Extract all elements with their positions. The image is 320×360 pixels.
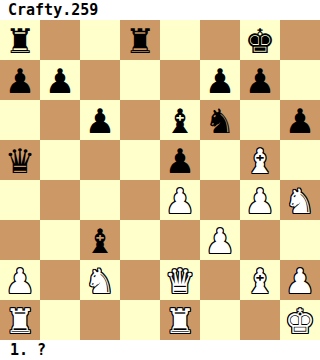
black-queen[interactable]: ♛ (0, 140, 40, 180)
square-a8[interactable]: ♜ (0, 20, 40, 60)
black-bishop[interactable]: ♝ (80, 220, 120, 260)
crafty-window: Crafty.259 ♜♜♚♟♟♟♟♟♝♞♟♛♟♝♟♟♞♝♟♟♞♛♝♟♜♜♚ 1… (0, 0, 320, 360)
move-indicator: 1. ? (0, 340, 320, 360)
square-f7[interactable]: ♟ (200, 60, 240, 100)
square-e4[interactable]: ♟ (160, 180, 200, 220)
square-b8[interactable] (40, 20, 80, 60)
white-knight[interactable]: ♞ (80, 260, 120, 300)
square-b4[interactable] (40, 180, 80, 220)
square-h4[interactable]: ♞ (280, 180, 320, 220)
square-c5[interactable] (80, 140, 120, 180)
black-pawn[interactable]: ♟ (280, 100, 320, 140)
white-rook[interactable]: ♜ (160, 300, 200, 340)
square-c6[interactable]: ♟ (80, 100, 120, 140)
white-rook[interactable]: ♜ (0, 300, 40, 340)
square-g8[interactable]: ♚ (240, 20, 280, 60)
black-king[interactable]: ♚ (240, 20, 280, 60)
square-h2[interactable]: ♟ (280, 260, 320, 300)
square-f3[interactable]: ♟ (200, 220, 240, 260)
square-b5[interactable] (40, 140, 80, 180)
square-a6[interactable] (0, 100, 40, 140)
black-pawn[interactable]: ♟ (40, 60, 80, 100)
square-g2[interactable]: ♝ (240, 260, 280, 300)
square-c2[interactable]: ♞ (80, 260, 120, 300)
white-pawn[interactable]: ♟ (280, 260, 320, 300)
black-rook[interactable]: ♜ (120, 20, 160, 60)
square-f8[interactable] (200, 20, 240, 60)
white-bishop[interactable]: ♝ (240, 260, 280, 300)
square-g7[interactable]: ♟ (240, 60, 280, 100)
square-e3[interactable] (160, 220, 200, 260)
square-d7[interactable] (120, 60, 160, 100)
square-c4[interactable] (80, 180, 120, 220)
square-b2[interactable] (40, 260, 80, 300)
square-e6[interactable]: ♝ (160, 100, 200, 140)
square-h6[interactable]: ♟ (280, 100, 320, 140)
black-pawn[interactable]: ♟ (200, 60, 240, 100)
square-g3[interactable] (240, 220, 280, 260)
chess-board: ♜♜♚♟♟♟♟♟♝♞♟♛♟♝♟♟♞♝♟♟♞♛♝♟♜♜♚ (0, 20, 320, 340)
square-b6[interactable] (40, 100, 80, 140)
square-d3[interactable] (120, 220, 160, 260)
square-e1[interactable]: ♜ (160, 300, 200, 340)
square-d2[interactable] (120, 260, 160, 300)
white-bishop[interactable]: ♝ (240, 140, 280, 180)
square-e7[interactable] (160, 60, 200, 100)
square-g5[interactable]: ♝ (240, 140, 280, 180)
square-c7[interactable] (80, 60, 120, 100)
square-g1[interactable] (240, 300, 280, 340)
square-h3[interactable] (280, 220, 320, 260)
white-pawn[interactable]: ♟ (200, 220, 240, 260)
square-d1[interactable] (120, 300, 160, 340)
square-e2[interactable]: ♛ (160, 260, 200, 300)
square-f6[interactable]: ♞ (200, 100, 240, 140)
square-e8[interactable] (160, 20, 200, 60)
white-queen[interactable]: ♛ (160, 260, 200, 300)
white-pawn[interactable]: ♟ (240, 180, 280, 220)
square-h8[interactable] (280, 20, 320, 60)
square-c8[interactable] (80, 20, 120, 60)
square-h5[interactable] (280, 140, 320, 180)
square-a2[interactable]: ♟ (0, 260, 40, 300)
white-pawn[interactable]: ♟ (160, 180, 200, 220)
square-a3[interactable] (0, 220, 40, 260)
square-f5[interactable] (200, 140, 240, 180)
square-f4[interactable] (200, 180, 240, 220)
white-knight[interactable]: ♞ (280, 180, 320, 220)
square-a7[interactable]: ♟ (0, 60, 40, 100)
square-b3[interactable] (40, 220, 80, 260)
square-b7[interactable]: ♟ (40, 60, 80, 100)
square-d4[interactable] (120, 180, 160, 220)
square-e5[interactable]: ♟ (160, 140, 200, 180)
square-g6[interactable] (240, 100, 280, 140)
square-a4[interactable] (0, 180, 40, 220)
square-a5[interactable]: ♛ (0, 140, 40, 180)
square-f2[interactable] (200, 260, 240, 300)
square-c3[interactable]: ♝ (80, 220, 120, 260)
white-king[interactable]: ♚ (280, 300, 320, 340)
square-h7[interactable] (280, 60, 320, 100)
black-pawn[interactable]: ♟ (0, 60, 40, 100)
black-pawn[interactable]: ♟ (80, 100, 120, 140)
square-h1[interactable]: ♚ (280, 300, 320, 340)
square-g4[interactable]: ♟ (240, 180, 280, 220)
square-c1[interactable] (80, 300, 120, 340)
window-title: Crafty.259 (0, 0, 320, 20)
square-f1[interactable] (200, 300, 240, 340)
square-d5[interactable] (120, 140, 160, 180)
square-a1[interactable]: ♜ (0, 300, 40, 340)
black-knight[interactable]: ♞ (200, 100, 240, 140)
black-bishop[interactable]: ♝ (160, 100, 200, 140)
square-d8[interactable]: ♜ (120, 20, 160, 60)
black-pawn[interactable]: ♟ (240, 60, 280, 100)
black-rook[interactable]: ♜ (0, 20, 40, 60)
square-d6[interactable] (120, 100, 160, 140)
white-pawn[interactable]: ♟ (0, 260, 40, 300)
square-b1[interactable] (40, 300, 80, 340)
black-pawn[interactable]: ♟ (160, 140, 200, 180)
